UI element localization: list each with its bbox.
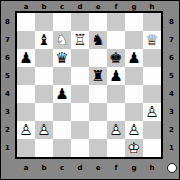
- square-d7[interactable]: ♜♖: [71, 31, 89, 49]
- square-d1[interactable]: [71, 139, 89, 157]
- square-d8[interactable]: [71, 13, 89, 31]
- rank-label-7-right: 7: [163, 31, 180, 49]
- black-pawn-piece: ♟: [17, 49, 35, 67]
- square-f5[interactable]: ♟: [107, 67, 125, 85]
- white-knight-piece: ♞♘: [53, 31, 71, 49]
- square-b5[interactable]: [35, 67, 53, 85]
- file-label-e-bottom: e: [89, 162, 107, 174]
- black-bishop-piece: ♝: [35, 31, 53, 49]
- chess-diagram: ♝♞♘♜♖♞♛♕♟♛♚♟♜♟♟♟♙♟♙♟♙♟♙♟♙♚♔ aabbccddeeff…: [0, 0, 180, 180]
- square-b4[interactable]: [35, 85, 53, 103]
- square-b8[interactable]: [35, 13, 53, 31]
- square-d6[interactable]: [71, 49, 89, 67]
- square-g7[interactable]: [125, 31, 143, 49]
- square-h4[interactable]: [143, 85, 161, 103]
- square-b7[interactable]: ♝: [35, 31, 53, 49]
- file-label-a-bottom: a: [17, 162, 35, 174]
- rank-label-6-left: 6: [0, 49, 15, 67]
- rank-label-3-right: 3: [163, 103, 180, 121]
- rank-label-7-left: 7: [0, 31, 15, 49]
- file-label-c-top: c: [53, 2, 71, 12]
- square-f4[interactable]: [107, 85, 125, 103]
- black-king-piece: ♚: [107, 49, 125, 67]
- square-h1[interactable]: [143, 139, 161, 157]
- square-d4[interactable]: [71, 85, 89, 103]
- square-a7[interactable]: [17, 31, 35, 49]
- rank-label-1-right: 1: [163, 139, 180, 157]
- square-f2[interactable]: ♟♙: [107, 121, 125, 139]
- square-g8[interactable]: [125, 13, 143, 31]
- square-d3[interactable]: [71, 103, 89, 121]
- square-f6[interactable]: ♚: [107, 49, 125, 67]
- rank-label-8-left: 8: [0, 13, 15, 31]
- square-g5[interactable]: [125, 67, 143, 85]
- white-pawn-piece: ♟♙: [17, 121, 35, 139]
- square-h8[interactable]: [143, 13, 161, 31]
- square-a4[interactable]: [17, 85, 35, 103]
- square-d5[interactable]: [71, 67, 89, 85]
- square-f1[interactable]: [107, 139, 125, 157]
- white-pawn-piece: ♟♙: [125, 121, 143, 139]
- file-label-a-top: a: [17, 2, 35, 12]
- file-label-g-top: g: [125, 2, 143, 12]
- file-label-d-top: d: [71, 2, 89, 12]
- square-c6[interactable]: ♛: [53, 49, 71, 67]
- file-label-d-bottom: d: [71, 162, 89, 174]
- black-queen-piece: ♛: [53, 49, 71, 67]
- white-to-move-indicator: [167, 163, 177, 173]
- square-b2[interactable]: ♟♙: [35, 121, 53, 139]
- square-b6[interactable]: [35, 49, 53, 67]
- square-c2[interactable]: [53, 121, 71, 139]
- file-label-e-top: e: [89, 2, 107, 12]
- file-label-b-top: b: [35, 2, 53, 12]
- square-g3[interactable]: [125, 103, 143, 121]
- square-a2[interactable]: ♟♙: [17, 121, 35, 139]
- square-e8[interactable]: [89, 13, 107, 31]
- file-label-c-bottom: c: [53, 162, 71, 174]
- rank-label-2-left: 2: [0, 121, 15, 139]
- square-e2[interactable]: [89, 121, 107, 139]
- file-label-g-bottom: g: [125, 162, 143, 174]
- black-knight-piece: ♞: [89, 31, 107, 49]
- file-label-f-bottom: f: [107, 162, 125, 174]
- square-c7[interactable]: ♞♘: [53, 31, 71, 49]
- square-e3[interactable]: [89, 103, 107, 121]
- square-h5[interactable]: [143, 67, 161, 85]
- white-queen-piece: ♛♕: [143, 31, 161, 49]
- rank-label-6-right: 6: [163, 49, 180, 67]
- chess-board: ♝♞♘♜♖♞♛♕♟♛♚♟♜♟♟♟♙♟♙♟♙♟♙♟♙♚♔: [15, 11, 163, 159]
- square-h2[interactable]: [143, 121, 161, 139]
- square-e1[interactable]: [89, 139, 107, 157]
- square-f7[interactable]: [107, 31, 125, 49]
- file-label-h-top: h: [143, 2, 161, 12]
- square-a8[interactable]: [17, 13, 35, 31]
- rank-label-5-left: 5: [0, 67, 15, 85]
- file-label-b-bottom: b: [35, 162, 53, 174]
- square-c3[interactable]: [53, 103, 71, 121]
- rank-label-5-right: 5: [163, 67, 180, 85]
- square-d2[interactable]: [71, 121, 89, 139]
- white-rook-piece: ♜♖: [71, 31, 89, 49]
- rank-label-8-right: 8: [163, 13, 180, 31]
- square-f3[interactable]: [107, 103, 125, 121]
- black-pawn-piece: ♟: [125, 49, 143, 67]
- square-c5[interactable]: [53, 67, 71, 85]
- square-c8[interactable]: [53, 13, 71, 31]
- square-a1[interactable]: [17, 139, 35, 157]
- square-a6[interactable]: ♟: [17, 49, 35, 67]
- square-e4[interactable]: [89, 85, 107, 103]
- white-pawn-piece: ♟♙: [107, 121, 125, 139]
- square-b1[interactable]: [35, 139, 53, 157]
- black-rook-piece: ♜: [89, 67, 107, 85]
- rank-label-2-right: 2: [163, 121, 180, 139]
- square-f8[interactable]: [107, 13, 125, 31]
- square-h3[interactable]: ♟♙: [143, 103, 161, 121]
- white-king-piece: ♚♔: [125, 139, 143, 157]
- rank-label-4-left: 4: [0, 85, 15, 103]
- black-pawn-piece: ♟: [53, 85, 71, 103]
- square-a5[interactable]: [17, 67, 35, 85]
- file-label-f-top: f: [107, 2, 125, 12]
- square-g2[interactable]: ♟♙: [125, 121, 143, 139]
- square-e6[interactable]: [89, 49, 107, 67]
- square-e5[interactable]: ♜: [89, 67, 107, 85]
- rank-label-3-left: 3: [0, 103, 15, 121]
- square-e7[interactable]: ♞: [89, 31, 107, 49]
- white-pawn-piece: ♟♙: [35, 121, 53, 139]
- square-c4[interactable]: ♟: [53, 85, 71, 103]
- white-pawn-piece: ♟♙: [143, 103, 161, 121]
- square-h7[interactable]: ♛♕: [143, 31, 161, 49]
- square-h6[interactable]: [143, 49, 161, 67]
- square-g4[interactable]: [125, 85, 143, 103]
- square-a3[interactable]: [17, 103, 35, 121]
- square-g6[interactable]: ♟: [125, 49, 143, 67]
- black-pawn-piece: ♟: [107, 67, 125, 85]
- file-label-h-bottom: h: [143, 162, 161, 174]
- rank-label-1-left: 1: [0, 139, 15, 157]
- square-g1[interactable]: ♚♔: [125, 139, 143, 157]
- square-b3[interactable]: [35, 103, 53, 121]
- square-c1[interactable]: [53, 139, 71, 157]
- rank-label-4-right: 4: [163, 85, 180, 103]
